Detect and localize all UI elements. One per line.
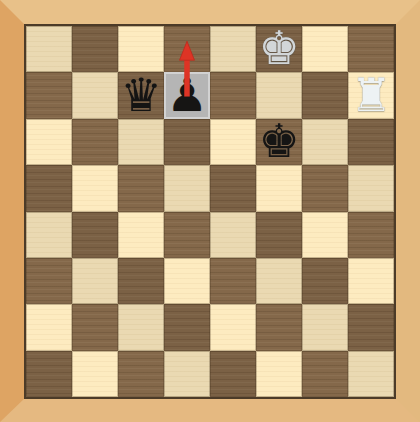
black-pawn[interactable]: ♟	[166, 72, 207, 117]
square-a1[interactable]	[348, 26, 394, 72]
black-king[interactable]: ♚	[258, 119, 299, 164]
square-b2[interactable]	[302, 72, 348, 118]
square-g3[interactable]	[72, 119, 118, 165]
square-c4[interactable]	[256, 165, 302, 211]
square-c5[interactable]	[256, 212, 302, 258]
square-g6[interactable]	[72, 258, 118, 304]
square-g1[interactable]	[72, 26, 118, 72]
square-e1[interactable]	[164, 26, 210, 72]
square-h3[interactable]	[26, 119, 72, 165]
square-a4[interactable]	[348, 165, 394, 211]
square-d8[interactable]	[210, 351, 256, 397]
square-f4[interactable]	[118, 165, 164, 211]
board-frame: ♚♛♟♜♚	[0, 0, 420, 422]
square-c7[interactable]	[256, 304, 302, 350]
board-area: ♚♛♟♜♚	[26, 26, 394, 397]
square-a7[interactable]	[348, 304, 394, 350]
square-e6[interactable]	[164, 258, 210, 304]
square-b4[interactable]	[302, 165, 348, 211]
square-a2[interactable]: ♜	[348, 72, 394, 118]
square-e4[interactable]	[164, 165, 210, 211]
square-h7[interactable]	[26, 304, 72, 350]
square-g4[interactable]	[72, 165, 118, 211]
chess-board-photo: ♚♛♟♜♚	[0, 0, 420, 422]
square-g8[interactable]	[72, 351, 118, 397]
square-c2[interactable]	[256, 72, 302, 118]
square-h1[interactable]	[26, 26, 72, 72]
square-a5[interactable]	[348, 212, 394, 258]
square-e2[interactable]: ♟	[164, 72, 210, 118]
square-d4[interactable]	[210, 165, 256, 211]
square-f5[interactable]	[118, 212, 164, 258]
square-e7[interactable]	[164, 304, 210, 350]
square-f2[interactable]: ♛	[118, 72, 164, 118]
square-a8[interactable]	[348, 351, 394, 397]
square-g7[interactable]	[72, 304, 118, 350]
square-d7[interactable]	[210, 304, 256, 350]
square-g2[interactable]	[72, 72, 118, 118]
square-h5[interactable]	[26, 212, 72, 258]
square-h8[interactable]	[26, 351, 72, 397]
square-b5[interactable]	[302, 212, 348, 258]
square-h4[interactable]	[26, 165, 72, 211]
black-queen[interactable]: ♛	[120, 72, 161, 117]
square-a3[interactable]	[348, 119, 394, 165]
square-b1[interactable]	[302, 26, 348, 72]
square-b8[interactable]	[302, 351, 348, 397]
square-d1[interactable]	[210, 26, 256, 72]
square-e5[interactable]	[164, 212, 210, 258]
square-g5[interactable]	[72, 212, 118, 258]
white-rook[interactable]: ♜	[350, 72, 391, 117]
square-f6[interactable]	[118, 258, 164, 304]
square-f1[interactable]	[118, 26, 164, 72]
square-c8[interactable]	[256, 351, 302, 397]
square-d2[interactable]	[210, 72, 256, 118]
square-d6[interactable]	[210, 258, 256, 304]
square-c3[interactable]: ♚	[256, 119, 302, 165]
square-h6[interactable]	[26, 258, 72, 304]
square-e8[interactable]	[164, 351, 210, 397]
board-grid: ♚♛♟♜♚	[26, 26, 394, 397]
square-a6[interactable]	[348, 258, 394, 304]
square-e3[interactable]	[164, 119, 210, 165]
square-f3[interactable]	[118, 119, 164, 165]
square-f8[interactable]	[118, 351, 164, 397]
square-d3[interactable]	[210, 119, 256, 165]
square-d5[interactable]	[210, 212, 256, 258]
square-b6[interactable]	[302, 258, 348, 304]
square-b3[interactable]	[302, 119, 348, 165]
square-f7[interactable]	[118, 304, 164, 350]
white-king[interactable]: ♚	[258, 26, 299, 71]
square-c1[interactable]: ♚	[256, 26, 302, 72]
square-h2[interactable]	[26, 72, 72, 118]
square-b7[interactable]	[302, 304, 348, 350]
square-c6[interactable]	[256, 258, 302, 304]
